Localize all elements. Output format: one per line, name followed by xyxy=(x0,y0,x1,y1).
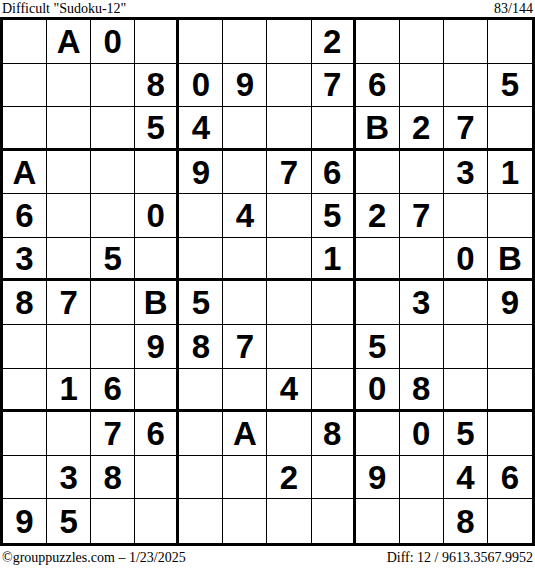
cell-r9c8[interactable] xyxy=(312,369,356,413)
cell-r2c3[interactable] xyxy=(91,64,135,108)
cell-r1c1[interactable] xyxy=(3,20,47,64)
cell-r3c1[interactable] xyxy=(3,107,47,151)
cell-r8c7[interactable] xyxy=(267,325,311,369)
cell-r4c8: 6 xyxy=(312,151,356,195)
cell-r4c3[interactable] xyxy=(91,151,135,195)
cell-r2c6: 9 xyxy=(223,64,267,108)
cell-r1c4[interactable] xyxy=(135,20,179,64)
cell-r12c12[interactable] xyxy=(488,499,532,543)
cell-r10c1[interactable] xyxy=(3,412,47,456)
cell-r4c7: 7 xyxy=(267,151,311,195)
cell-r10c5[interactable] xyxy=(179,412,223,456)
cell-r6c1: 3 xyxy=(3,238,47,282)
cell-r3c7[interactable] xyxy=(267,107,311,151)
cell-r8c1[interactable] xyxy=(3,325,47,369)
cell-r12c8[interactable] xyxy=(312,499,356,543)
cell-r5c7[interactable] xyxy=(267,194,311,238)
cell-r7c7[interactable] xyxy=(267,281,311,325)
cell-r1c8: 2 xyxy=(312,20,356,64)
cell-r2c4: 8 xyxy=(135,64,179,108)
puzzle-page: Difficult "Sudoku-12" 83/144 A0280976554… xyxy=(0,0,535,569)
cell-r7c4: B xyxy=(135,281,179,325)
cell-r10c3: 7 xyxy=(91,412,135,456)
cell-r7c2: 7 xyxy=(47,281,91,325)
cell-r5c12[interactable] xyxy=(488,194,532,238)
cell-r6c9[interactable] xyxy=(356,238,400,282)
cell-r3c11: 7 xyxy=(444,107,488,151)
cell-r3c2[interactable] xyxy=(47,107,91,151)
cell-r1c7[interactable] xyxy=(267,20,311,64)
cell-r3c5: 4 xyxy=(179,107,223,151)
cell-r12c6[interactable] xyxy=(223,499,267,543)
cell-r7c11[interactable] xyxy=(444,281,488,325)
cell-r2c11[interactable] xyxy=(444,64,488,108)
cell-r11c6[interactable] xyxy=(223,456,267,500)
cell-r6c3: 5 xyxy=(91,238,135,282)
cell-r10c7[interactable] xyxy=(267,412,311,456)
cell-r6c8: 1 xyxy=(312,238,356,282)
cell-r9c7: 4 xyxy=(267,369,311,413)
cell-r8c8[interactable] xyxy=(312,325,356,369)
cell-r3c3[interactable] xyxy=(91,107,135,151)
cell-r4c5: 9 xyxy=(179,151,223,195)
cell-r12c7[interactable] xyxy=(267,499,311,543)
cell-r4c9[interactable] xyxy=(356,151,400,195)
cell-r1c10[interactable] xyxy=(400,20,444,64)
cell-r1c5[interactable] xyxy=(179,20,223,64)
cell-r5c10: 7 xyxy=(400,194,444,238)
cell-r4c2[interactable] xyxy=(47,151,91,195)
cell-r8c11[interactable] xyxy=(444,325,488,369)
sudoku-grid: A0280976554B27A976316045273510B87B539987… xyxy=(0,17,535,546)
cell-r5c9: 2 xyxy=(356,194,400,238)
cell-r8c12[interactable] xyxy=(488,325,532,369)
cell-r7c10: 3 xyxy=(400,281,444,325)
cell-r1c2: A xyxy=(47,20,91,64)
cell-r11c11: 4 xyxy=(444,456,488,500)
cell-r12c11: 8 xyxy=(444,499,488,543)
cell-r3c9: B xyxy=(356,107,400,151)
cell-r2c5: 0 xyxy=(179,64,223,108)
cell-r7c8[interactable] xyxy=(312,281,356,325)
cell-r9c9: 0 xyxy=(356,369,400,413)
cell-r7c3[interactable] xyxy=(91,281,135,325)
copyright-date: ©grouppuzzles.com – 1/23/2025 xyxy=(2,550,186,565)
cell-r1c3: 0 xyxy=(91,20,135,64)
cell-r6c4[interactable] xyxy=(135,238,179,282)
cell-r7c9[interactable] xyxy=(356,281,400,325)
cell-r8c6: 7 xyxy=(223,325,267,369)
cell-r10c11: 5 xyxy=(444,412,488,456)
cell-r12c5[interactable] xyxy=(179,499,223,543)
cell-r8c3[interactable] xyxy=(91,325,135,369)
cell-r12c4[interactable] xyxy=(135,499,179,543)
cell-r2c8: 7 xyxy=(312,64,356,108)
cell-r9c2: 1 xyxy=(47,369,91,413)
cell-r3c8[interactable] xyxy=(312,107,356,151)
cell-r9c1[interactable] xyxy=(3,369,47,413)
cell-r2c9: 6 xyxy=(356,64,400,108)
page-header: Difficult "Sudoku-12" 83/144 xyxy=(0,0,535,17)
cell-r12c3[interactable] xyxy=(91,499,135,543)
cell-r6c5[interactable] xyxy=(179,238,223,282)
cell-r11c5[interactable] xyxy=(179,456,223,500)
cell-r2c2[interactable] xyxy=(47,64,91,108)
cell-r1c11[interactable] xyxy=(444,20,488,64)
cell-r10c10: 0 xyxy=(400,412,444,456)
cell-r11c12: 6 xyxy=(488,456,532,500)
cell-r6c6[interactable] xyxy=(223,238,267,282)
cell-r5c1: 6 xyxy=(3,194,47,238)
cell-r5c2[interactable] xyxy=(47,194,91,238)
cell-r6c12: B xyxy=(488,238,532,282)
cell-r9c6[interactable] xyxy=(223,369,267,413)
cell-r1c9[interactable] xyxy=(356,20,400,64)
cell-r7c5: 5 xyxy=(179,281,223,325)
cell-r5c3[interactable] xyxy=(91,194,135,238)
cell-r12c9[interactable] xyxy=(356,499,400,543)
cell-r3c10: 2 xyxy=(400,107,444,151)
cell-r11c9: 9 xyxy=(356,456,400,500)
cell-r5c5[interactable] xyxy=(179,194,223,238)
cell-r11c10[interactable] xyxy=(400,456,444,500)
cell-r8c10[interactable] xyxy=(400,325,444,369)
cell-r7c1: 8 xyxy=(3,281,47,325)
cell-r10c8: 8 xyxy=(312,412,356,456)
cell-r11c2: 3 xyxy=(47,456,91,500)
cell-r10c12[interactable] xyxy=(488,412,532,456)
cell-r3c12[interactable] xyxy=(488,107,532,151)
cell-r9c11[interactable] xyxy=(444,369,488,413)
cell-r11c8[interactable] xyxy=(312,456,356,500)
cell-r2c1[interactable] xyxy=(3,64,47,108)
page-footer: ©grouppuzzles.com – 1/23/2025 Diff: 12 /… xyxy=(0,546,535,569)
cell-r8c5: 8 xyxy=(179,325,223,369)
cell-r10c4: 6 xyxy=(135,412,179,456)
cell-r3c4: 5 xyxy=(135,107,179,151)
cell-r9c12[interactable] xyxy=(488,369,532,413)
cell-r4c4[interactable] xyxy=(135,151,179,195)
cell-r10c9[interactable] xyxy=(356,412,400,456)
cell-r12c10[interactable] xyxy=(400,499,444,543)
cell-r4c11: 3 xyxy=(444,151,488,195)
cell-r10c6: A xyxy=(223,412,267,456)
cell-r7c12: 9 xyxy=(488,281,532,325)
cell-r9c10: 8 xyxy=(400,369,444,413)
cell-r2c10[interactable] xyxy=(400,64,444,108)
cell-r11c1[interactable] xyxy=(3,456,47,500)
cell-r9c4[interactable] xyxy=(135,369,179,413)
cell-r4c1: A xyxy=(3,151,47,195)
cell-r7c6[interactable] xyxy=(223,281,267,325)
cell-r4c10[interactable] xyxy=(400,151,444,195)
cell-r5c4: 0 xyxy=(135,194,179,238)
cell-r6c11: 0 xyxy=(444,238,488,282)
cell-r2c12: 5 xyxy=(488,64,532,108)
cell-r9c5[interactable] xyxy=(179,369,223,413)
cell-r5c11[interactable] xyxy=(444,194,488,238)
cell-r12c1: 9 xyxy=(3,499,47,543)
difficulty-rating: Diff: 12 / 9613.3567.9952 xyxy=(387,550,533,565)
cell-r8c2[interactable] xyxy=(47,325,91,369)
cell-r2c7[interactable] xyxy=(267,64,311,108)
cell-r4c12: 1 xyxy=(488,151,532,195)
cell-r9c3: 6 xyxy=(91,369,135,413)
cell-r11c3: 8 xyxy=(91,456,135,500)
cell-r3c6[interactable] xyxy=(223,107,267,151)
cell-r5c6: 4 xyxy=(223,194,267,238)
page-number: 83/144 xyxy=(494,1,533,16)
cell-r11c4[interactable] xyxy=(135,456,179,500)
cell-r1c6[interactable] xyxy=(223,20,267,64)
cell-r6c2[interactable] xyxy=(47,238,91,282)
cell-r6c10[interactable] xyxy=(400,238,444,282)
puzzle-title: Difficult "Sudoku-12" xyxy=(2,1,126,16)
cell-r8c4: 9 xyxy=(135,325,179,369)
cell-r10c2[interactable] xyxy=(47,412,91,456)
cell-r8c9: 5 xyxy=(356,325,400,369)
cell-r4c6[interactable] xyxy=(223,151,267,195)
cell-r1c12[interactable] xyxy=(488,20,532,64)
cell-r12c2: 5 xyxy=(47,499,91,543)
cell-r11c7: 2 xyxy=(267,456,311,500)
cell-r5c8: 5 xyxy=(312,194,356,238)
cell-r6c7[interactable] xyxy=(267,238,311,282)
